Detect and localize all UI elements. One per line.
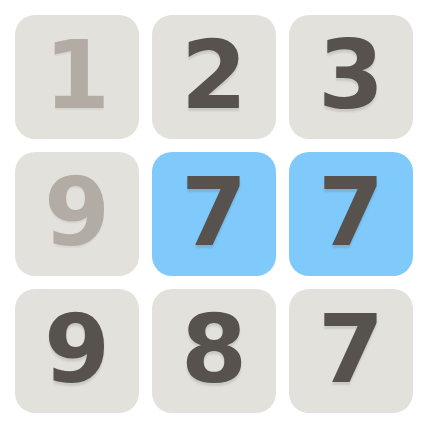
tile-digit: 7: [318, 302, 384, 397]
tile-r1c2[interactable]: 2: [152, 15, 276, 139]
number-grid: 123977987: [15, 15, 413, 413]
tile-r3c1[interactable]: 9: [15, 289, 139, 413]
tile-r1c3[interactable]: 3: [289, 15, 413, 139]
game-stage: 123977987: [0, 0, 430, 430]
tile-r3c2[interactable]: 8: [152, 289, 276, 413]
tile-digit: 9: [44, 165, 110, 260]
tile-digit: 7: [318, 165, 384, 260]
tile-digit: 2: [181, 28, 247, 123]
tile-r2c3[interactable]: 7: [289, 152, 413, 276]
tile-r2c2[interactable]: 7: [152, 152, 276, 276]
tile-r2c1: 9: [15, 152, 139, 276]
tile-digit: 9: [44, 302, 110, 397]
tile-digit: 1: [44, 28, 110, 123]
tile-r1c1: 1: [15, 15, 139, 139]
tile-r3c3[interactable]: 7: [289, 289, 413, 413]
tile-digit: 7: [181, 165, 247, 260]
tile-digit: 3: [318, 28, 384, 123]
tile-digit: 8: [181, 302, 247, 397]
